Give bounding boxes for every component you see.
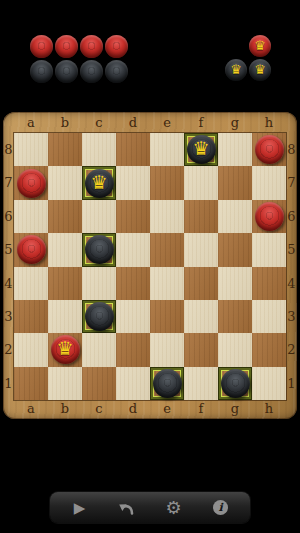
square-e5[interactable]	[150, 233, 184, 266]
rank-label-1: 1	[3, 367, 14, 400]
crown-icon: ♛	[56, 339, 73, 358]
file-label-h: h	[252, 401, 286, 418]
rank-label-6: 6	[3, 200, 14, 233]
black-king-piece: ♛	[225, 59, 247, 81]
square-a3[interactable]	[14, 300, 48, 333]
tray-row	[30, 35, 128, 58]
square-c8[interactable]	[82, 133, 116, 166]
square-b6[interactable]	[48, 200, 82, 233]
info-icon: i	[213, 500, 228, 515]
bottom-toolbar: ▶⚙i	[50, 492, 250, 523]
square-a6[interactable]	[14, 200, 48, 233]
settings-button[interactable]: ⚙	[164, 497, 184, 519]
square-c3[interactable]	[82, 300, 116, 333]
black-man-piece[interactable]	[85, 302, 114, 331]
square-d6[interactable]	[116, 200, 150, 233]
square-b5[interactable]	[48, 233, 82, 266]
square-d1[interactable]	[116, 367, 150, 400]
file-label-f: f	[184, 114, 218, 132]
file-label-f: f	[184, 401, 218, 418]
rank-label-3: 3	[286, 300, 297, 333]
rank-labels-left: 87654321	[3, 133, 14, 400]
file-labels-bottom: abcdefgh	[14, 401, 286, 418]
square-e1[interactable]	[150, 367, 184, 400]
black-man-piece	[30, 60, 53, 83]
square-a4[interactable]	[14, 267, 48, 300]
square-a1[interactable]	[14, 367, 48, 400]
tray-row: ♛♛	[225, 59, 271, 81]
play-button[interactable]: ▶	[70, 497, 90, 519]
square-e8[interactable]	[150, 133, 184, 166]
square-h4[interactable]	[252, 267, 286, 300]
rank-label-2: 2	[3, 333, 14, 366]
square-g8[interactable]	[218, 133, 252, 166]
square-g1[interactable]	[218, 367, 252, 400]
square-f5[interactable]	[184, 233, 218, 266]
square-g3[interactable]	[218, 300, 252, 333]
file-label-e: e	[150, 114, 184, 132]
square-a5[interactable]	[14, 233, 48, 266]
black-man-piece	[105, 60, 128, 83]
red-man-piece[interactable]	[17, 169, 46, 198]
red-man-piece[interactable]	[17, 235, 46, 264]
square-h8[interactable]	[252, 133, 286, 166]
square-c6[interactable]	[82, 200, 116, 233]
red-man-piece	[55, 35, 78, 58]
square-b1[interactable]	[48, 367, 82, 400]
red-king-piece[interactable]: ♛	[51, 335, 80, 364]
square-d2[interactable]	[116, 333, 150, 366]
square-d7[interactable]	[116, 166, 150, 199]
red-man-piece	[105, 35, 128, 58]
captured-tray-right: ♛♛♛	[225, 35, 271, 81]
black-man-piece[interactable]	[221, 369, 250, 398]
file-label-b: b	[48, 114, 82, 132]
file-label-d: d	[116, 401, 150, 418]
square-d5[interactable]	[116, 233, 150, 266]
square-c1[interactable]	[82, 367, 116, 400]
info-button[interactable]: i	[211, 497, 231, 519]
square-g7[interactable]	[218, 166, 252, 199]
square-b4[interactable]	[48, 267, 82, 300]
square-f4[interactable]	[184, 267, 218, 300]
black-man-piece[interactable]	[85, 235, 114, 264]
app-screen: ♛♛♛ abcdefgh abcdefgh 87654321 87654321 …	[0, 0, 300, 533]
captured-tray-left	[30, 35, 128, 83]
square-h3[interactable]	[252, 300, 286, 333]
play-icon: ▶	[74, 499, 86, 517]
square-b3[interactable]	[48, 300, 82, 333]
crown-icon: ♛	[192, 139, 209, 158]
crown-icon: ♛	[230, 63, 242, 76]
red-man-piece	[30, 35, 53, 58]
black-king-piece[interactable]: ♛	[187, 135, 216, 164]
square-e7[interactable]	[150, 166, 184, 199]
file-labels-top: abcdefgh	[14, 114, 286, 132]
rank-label-4: 4	[3, 267, 14, 300]
file-label-h: h	[252, 114, 286, 132]
square-b7[interactable]	[48, 166, 82, 199]
rank-label-7: 7	[286, 166, 297, 199]
square-g5[interactable]	[218, 233, 252, 266]
square-e4[interactable]	[150, 267, 184, 300]
rank-label-5: 5	[3, 233, 14, 266]
square-g6[interactable]	[218, 200, 252, 233]
square-h7[interactable]	[252, 166, 286, 199]
file-label-a: a	[14, 401, 48, 418]
black-man-piece[interactable]	[153, 369, 182, 398]
square-g2[interactable]	[218, 333, 252, 366]
rank-label-8: 8	[286, 133, 297, 166]
square-b2[interactable]: ♛	[48, 333, 82, 366]
square-e6[interactable]	[150, 200, 184, 233]
file-label-e: e	[150, 401, 184, 418]
square-d8[interactable]	[116, 133, 150, 166]
crown-icon: ♛	[90, 173, 107, 192]
square-f1[interactable]	[184, 367, 218, 400]
rank-label-4: 4	[286, 267, 297, 300]
undo-button[interactable]	[117, 497, 137, 519]
file-label-g: g	[218, 401, 252, 418]
tray-row: ♛	[249, 35, 271, 57]
square-d4[interactable]	[116, 267, 150, 300]
square-f3[interactable]	[184, 300, 218, 333]
file-label-b: b	[48, 401, 82, 418]
square-e3[interactable]	[150, 300, 184, 333]
square-f8[interactable]: ♛	[184, 133, 218, 166]
file-label-c: c	[82, 401, 116, 418]
square-f6[interactable]	[184, 200, 218, 233]
file-label-c: c	[82, 114, 116, 132]
board-grid: ♛♛♛	[14, 133, 286, 400]
file-label-a: a	[14, 114, 48, 132]
square-h5[interactable]	[252, 233, 286, 266]
square-c2[interactable]	[82, 333, 116, 366]
square-h2[interactable]	[252, 333, 286, 366]
square-h1[interactable]	[252, 367, 286, 400]
square-b8[interactable]	[48, 133, 82, 166]
square-c7[interactable]: ♛	[82, 166, 116, 199]
rank-label-2: 2	[286, 333, 297, 366]
square-c5[interactable]	[82, 233, 116, 266]
file-label-d: d	[116, 114, 150, 132]
red-man-piece[interactable]	[255, 135, 284, 164]
rank-label-3: 3	[3, 300, 14, 333]
square-a8[interactable]	[14, 133, 48, 166]
crown-icon: ♛	[254, 63, 266, 76]
square-c4[interactable]	[82, 267, 116, 300]
black-man-piece	[55, 60, 78, 83]
red-man-piece	[80, 35, 103, 58]
red-king-piece: ♛	[249, 35, 271, 57]
black-king-piece: ♛	[249, 59, 271, 81]
square-f2[interactable]	[184, 333, 218, 366]
square-f7[interactable]	[184, 166, 218, 199]
red-man-piece[interactable]	[255, 202, 284, 231]
undo-icon	[118, 500, 136, 516]
rank-label-7: 7	[3, 166, 14, 199]
square-a2[interactable]	[14, 333, 48, 366]
rank-label-8: 8	[3, 133, 14, 166]
square-d3[interactable]	[116, 300, 150, 333]
rank-labels-right: 87654321	[286, 133, 297, 400]
square-e2[interactable]	[150, 333, 184, 366]
square-a7[interactable]	[14, 166, 48, 199]
gear-icon: ⚙	[165, 497, 181, 519]
rank-label-1: 1	[286, 367, 297, 400]
black-man-piece	[80, 60, 103, 83]
tray-row	[30, 60, 128, 83]
rank-label-5: 5	[286, 233, 297, 266]
file-label-g: g	[218, 114, 252, 132]
black-king-piece[interactable]: ♛	[85, 169, 114, 198]
crown-icon: ♛	[254, 39, 266, 52]
checkers-board: abcdefgh abcdefgh 87654321 87654321 ♛♛♛	[3, 112, 297, 419]
square-h6[interactable]	[252, 200, 286, 233]
rank-label-6: 6	[286, 200, 297, 233]
square-g4[interactable]	[218, 267, 252, 300]
